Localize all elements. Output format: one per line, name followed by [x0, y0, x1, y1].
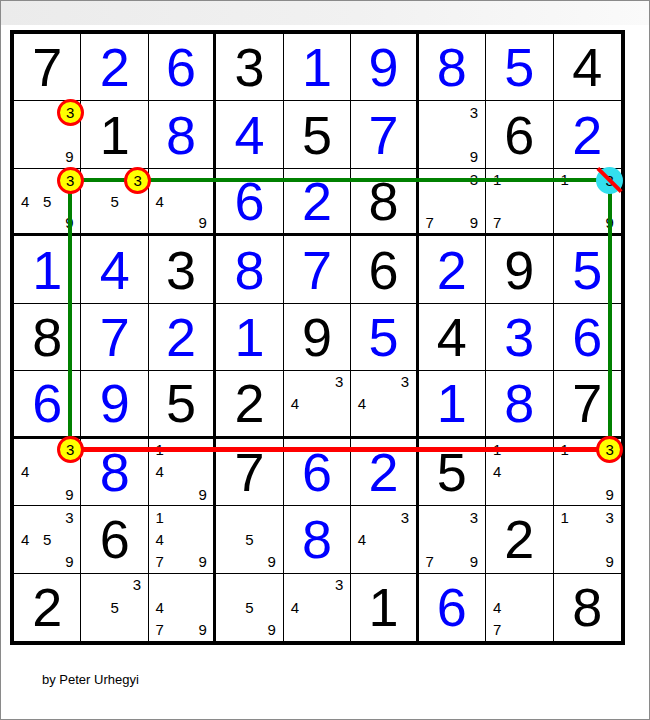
pencil-mark-9: 9: [599, 483, 621, 505]
pencil-marks: 17: [486, 169, 552, 233]
pencil-marks: 1479: [149, 506, 213, 572]
cell-r4c2[interactable]: 4: [81, 236, 148, 303]
given-digit: 7: [216, 439, 282, 505]
cell-r9c7[interactable]: 6: [419, 574, 486, 641]
pencil-mark-3: 3: [58, 439, 80, 461]
pencil-marks: 349: [14, 439, 80, 505]
pencil-mark-9: 9: [58, 146, 80, 168]
given-digit: 4: [419, 304, 485, 370]
cell-r3c3[interactable]: 49: [149, 169, 216, 236]
pencil-mark-9: 9: [463, 550, 485, 572]
pencil-mark-3: 3: [328, 574, 350, 596]
pencil-marks: 479: [149, 574, 213, 641]
cell-r2c8[interactable]: 6: [486, 101, 553, 168]
solved-digit: 5: [554, 236, 621, 302]
cell-r6c3[interactable]: 5: [149, 371, 216, 438]
cell-r2c2[interactable]: 1: [81, 101, 148, 168]
solved-digit: 2: [351, 439, 415, 505]
cell-r8c5[interactable]: 8: [284, 506, 351, 573]
pencil-mark-5: 5: [36, 528, 58, 550]
pencil-marks: 149: [149, 439, 213, 505]
solved-digit: 8: [284, 506, 350, 572]
pencil-marks: 34: [284, 371, 350, 435]
pencil-mark-4: 4: [284, 393, 306, 414]
pencil-mark-4: 4: [149, 190, 170, 211]
solved-digit: 4: [216, 101, 282, 167]
given-digit: 6: [486, 101, 552, 167]
given-digit: 7: [14, 34, 80, 100]
pencil-mark-5: 5: [104, 190, 126, 211]
cell-r9c5[interactable]: 34: [284, 574, 351, 641]
pencil-marks: 139: [554, 506, 621, 572]
solved-digit: 1: [419, 371, 485, 435]
pencil-marks: 34: [284, 574, 350, 641]
cell-r6c5[interactable]: 34: [284, 371, 351, 438]
pencil-mark-3: 3: [126, 574, 148, 596]
given-digit: 6: [351, 236, 415, 302]
solved-digit: 6: [419, 574, 485, 641]
cell-r7c7[interactable]: 5: [419, 439, 486, 506]
pencil-mark-3: 3: [126, 169, 148, 190]
cell-r6c8[interactable]: 8: [486, 371, 553, 438]
given-digit: 2: [486, 506, 552, 572]
cell-r1c8[interactable]: 5: [486, 34, 553, 101]
solved-digit: 1: [216, 304, 282, 370]
cell-r8c4[interactable]: 59: [216, 506, 283, 573]
cell-r6c9[interactable]: 7: [554, 371, 621, 438]
solved-digit: 6: [216, 169, 282, 233]
given-digit: 5: [419, 439, 485, 505]
solved-digit: 8: [486, 371, 552, 435]
cell-r5c7[interactable]: 4: [419, 304, 486, 371]
pencil-mark-7: 7: [149, 550, 170, 572]
given-digit: 7: [554, 371, 621, 435]
cell-r6c1[interactable]: 6: [14, 371, 81, 438]
pencil-mark-4: 4: [149, 528, 170, 550]
pencil-marks: 35: [81, 574, 147, 641]
cell-r8c6[interactable]: 34: [351, 506, 418, 573]
pencil-mark-3: 3: [394, 371, 415, 392]
pencil-mark-9: 9: [192, 550, 213, 572]
cell-r3c1[interactable]: 3459: [14, 169, 81, 236]
pencil-mark-3: 3: [463, 506, 485, 528]
pencil-marks: 59: [216, 574, 282, 641]
cell-r7c2[interactable]: 8: [81, 439, 148, 506]
pencil-mark-4: 4: [351, 528, 372, 550]
cell-r9c4[interactable]: 59: [216, 574, 283, 641]
cell-r3c5[interactable]: 2: [284, 169, 351, 236]
cell-r7c5[interactable]: 6: [284, 439, 351, 506]
given-digit: 2: [216, 371, 282, 435]
cell-r4c4[interactable]: 8: [216, 236, 283, 303]
cell-r1c6[interactable]: 9: [351, 34, 418, 101]
solved-digit: 9: [351, 34, 415, 100]
cell-r6c4[interactable]: 2: [216, 371, 283, 438]
cell-r4c8[interactable]: 9: [486, 236, 553, 303]
pencil-mark-4: 4: [149, 461, 170, 483]
pencil-mark-9: 9: [192, 212, 213, 233]
cell-r3c6[interactable]: 8: [351, 169, 418, 236]
cell-r5c9[interactable]: 6: [554, 304, 621, 371]
solved-digit: 6: [14, 371, 80, 435]
pencil-mark-3: 3: [599, 439, 621, 461]
pencil-marks: 34: [351, 506, 415, 572]
cell-r2c4[interactable]: 4: [216, 101, 283, 168]
solved-digit: 6: [554, 304, 621, 370]
cell-r9c1[interactable]: 2: [14, 574, 81, 641]
cell-r3c4[interactable]: 6: [216, 169, 283, 236]
cell-r1c3[interactable]: 6: [149, 34, 216, 101]
pencil-marks: 3459: [14, 169, 80, 233]
pencil-marks: 49: [149, 169, 213, 233]
pencil-mark-5: 5: [104, 596, 126, 618]
cell-r7c9[interactable]: 139: [554, 439, 621, 506]
pencil-mark-9: 9: [463, 146, 485, 168]
solved-digit: 2: [554, 101, 621, 167]
cell-r4c1[interactable]: 1: [14, 236, 81, 303]
pencil-marks: 379: [419, 169, 485, 233]
pencil-mark-5: 5: [238, 528, 260, 550]
cell-r7c4[interactable]: 7: [216, 439, 283, 506]
cell-r3c8[interactable]: 17: [486, 169, 553, 236]
pencil-mark-3: 3: [463, 101, 485, 123]
pencil-mark-1: 1: [554, 439, 576, 461]
cell-r5c1[interactable]: 8: [14, 304, 81, 371]
cell-r2c5[interactable]: 5: [284, 101, 351, 168]
pencil-mark-3: 3: [58, 506, 80, 528]
pencil-marks: 379: [419, 506, 485, 572]
solved-digit: 7: [351, 101, 415, 167]
solved-digit: 8: [419, 34, 485, 100]
cell-r3c7[interactable]: 379: [419, 169, 486, 236]
pencil-mark-4: 4: [486, 461, 508, 483]
pencil-mark-1: 1: [149, 506, 170, 528]
cell-r4c6[interactable]: 6: [351, 236, 418, 303]
cell-r5c2[interactable]: 7: [81, 304, 148, 371]
pencil-marks: 47: [486, 574, 552, 641]
cell-r2c3[interactable]: 8: [149, 101, 216, 168]
solved-digit: 7: [81, 304, 147, 370]
solved-digit: 4: [81, 236, 147, 302]
solved-digit: 2: [149, 304, 213, 370]
pencil-mark-7: 7: [419, 212, 441, 233]
given-digit: 2: [14, 574, 80, 641]
solved-digit: 6: [284, 439, 350, 505]
solved-digit: 2: [81, 34, 147, 100]
pencil-mark-4: 4: [14, 461, 36, 483]
cell-r2c9[interactable]: 2: [554, 101, 621, 168]
pencil-mark-9: 9: [58, 483, 80, 505]
cell-r4c7[interactable]: 2: [419, 236, 486, 303]
cell-r5c5[interactable]: 9: [284, 304, 351, 371]
cell-r9c8[interactable]: 47: [486, 574, 553, 641]
pencil-mark-3: 3: [599, 169, 621, 190]
cell-r1c1[interactable]: 7: [14, 34, 81, 101]
pencil-mark-1: 1: [486, 439, 508, 461]
given-digit: 5: [149, 371, 213, 435]
pencil-mark-3: 3: [599, 506, 621, 528]
given-digit: 4: [554, 34, 621, 100]
given-digit: 9: [486, 236, 552, 302]
cell-r6c2[interactable]: 9: [81, 371, 148, 438]
cell-r8c2[interactable]: 6: [81, 506, 148, 573]
cell-r6c6[interactable]: 34: [351, 371, 418, 438]
given-digit: 3: [149, 236, 213, 302]
pencil-mark-9: 9: [261, 550, 283, 572]
given-digit: 5: [284, 101, 350, 167]
cell-r7c6[interactable]: 2: [351, 439, 418, 506]
pencil-marks: 14: [486, 439, 552, 505]
given-digit: 9: [284, 304, 350, 370]
cell-r7c3[interactable]: 149: [149, 439, 216, 506]
pencil-mark-1: 1: [554, 169, 576, 190]
cell-r7c1[interactable]: 349: [14, 439, 81, 506]
top-strip: [1, 1, 649, 25]
cell-r5c3[interactable]: 2: [149, 304, 216, 371]
pencil-mark-1: 1: [486, 169, 508, 190]
pencil-mark-7: 7: [486, 212, 508, 233]
pencil-marks: 139: [554, 439, 621, 505]
solved-digit: 5: [351, 304, 415, 370]
cell-r4c9[interactable]: 5: [554, 236, 621, 303]
pencil-mark-1: 1: [554, 506, 576, 528]
pencil-mark-5: 5: [36, 190, 58, 211]
solved-digit: 9: [81, 371, 147, 435]
cell-r1c2[interactable]: 2: [81, 34, 148, 101]
pencil-marks: 39: [14, 101, 80, 167]
cell-r8c8[interactable]: 2: [486, 506, 553, 573]
cell-r9c3[interactable]: 479: [149, 574, 216, 641]
pencil-mark-9: 9: [192, 483, 213, 505]
cell-r9c2[interactable]: 35: [81, 574, 148, 641]
cell-r3c9[interactable]: 139: [554, 169, 621, 236]
given-digit: 8: [351, 169, 415, 233]
pencil-mark-4: 4: [14, 528, 36, 550]
pencil-marks: 59: [216, 506, 282, 572]
solved-digit: 3: [486, 304, 552, 370]
pencil-mark-9: 9: [58, 212, 80, 233]
pencil-mark-3: 3: [394, 506, 415, 528]
cell-r1c5[interactable]: 1: [284, 34, 351, 101]
cell-r8c9[interactable]: 139: [554, 506, 621, 573]
pencil-marks: 139: [554, 169, 621, 233]
cell-r9c9[interactable]: 8: [554, 574, 621, 641]
solved-digit: 6: [149, 34, 213, 100]
pencil-mark-4: 4: [14, 190, 36, 211]
pencil-marks: 39: [419, 101, 485, 167]
pencil-mark-7: 7: [486, 619, 508, 641]
pencil-mark-9: 9: [599, 212, 621, 233]
pencil-mark-9: 9: [599, 550, 621, 572]
given-digit: 8: [554, 574, 621, 641]
pencil-marks: 35: [81, 169, 147, 233]
cell-r2c1[interactable]: 39: [14, 101, 81, 168]
solved-digit: 8: [149, 101, 213, 167]
cell-r9c6[interactable]: 1: [351, 574, 418, 641]
pencil-mark-3: 3: [463, 169, 485, 190]
pencil-mark-5: 5: [238, 596, 260, 618]
solved-digit: 1: [284, 34, 350, 100]
pencil-mark-4: 4: [486, 596, 508, 618]
cell-r1c7[interactable]: 8: [419, 34, 486, 101]
pencil-mark-9: 9: [261, 619, 283, 641]
cell-r1c4[interactable]: 3: [216, 34, 283, 101]
pencil-mark-9: 9: [58, 550, 80, 572]
pencil-mark-7: 7: [419, 550, 441, 572]
pencil-mark-4: 4: [284, 596, 306, 618]
pencil-mark-3: 3: [328, 371, 350, 392]
given-digit: 1: [351, 574, 415, 641]
cell-r2c6[interactable]: 7: [351, 101, 418, 168]
solved-digit: 1: [14, 236, 80, 302]
pencil-mark-4: 4: [351, 393, 372, 414]
solved-digit: 8: [216, 236, 282, 302]
solved-digit: 8: [81, 439, 147, 505]
pencil-mark-7: 7: [149, 619, 170, 641]
pencil-mark-4: 4: [149, 596, 170, 618]
given-digit: 6: [81, 506, 147, 572]
pencil-mark-3: 3: [58, 101, 80, 123]
pencil-mark-1: 1: [149, 439, 170, 461]
author-credit: by Peter Urhegyi: [42, 672, 139, 687]
solved-digit: 2: [284, 169, 350, 233]
sudoku-board: 7263198543918457396234593549628379171391…: [10, 30, 625, 645]
pencil-marks: 3459: [14, 506, 80, 572]
solved-digit: 2: [419, 236, 485, 302]
cell-r5c8[interactable]: 3: [486, 304, 553, 371]
cell-r8c7[interactable]: 379: [419, 506, 486, 573]
pencil-mark-9: 9: [463, 212, 485, 233]
cell-r5c4[interactable]: 1: [216, 304, 283, 371]
cell-r2c7[interactable]: 39: [419, 101, 486, 168]
pencil-marks: 34: [351, 371, 415, 435]
solved-digit: 5: [486, 34, 552, 100]
pencil-mark-9: 9: [192, 619, 213, 641]
cell-r4c5[interactable]: 7: [284, 236, 351, 303]
cell-r8c1[interactable]: 3459: [14, 506, 81, 573]
cell-r8c3[interactable]: 1479: [149, 506, 216, 573]
cell-r4c3[interactable]: 3: [149, 236, 216, 303]
cell-r6c7[interactable]: 1: [419, 371, 486, 438]
given-digit: 8: [14, 304, 80, 370]
pencil-mark-3: 3: [58, 169, 80, 190]
cell-r5c6[interactable]: 5: [351, 304, 418, 371]
solved-digit: 7: [284, 236, 350, 302]
given-digit: 3: [216, 34, 282, 100]
cell-r7c8[interactable]: 14: [486, 439, 553, 506]
cell-r1c9[interactable]: 4: [554, 34, 621, 101]
given-digit: 1: [81, 101, 147, 167]
cell-r3c2[interactable]: 35: [81, 169, 148, 236]
